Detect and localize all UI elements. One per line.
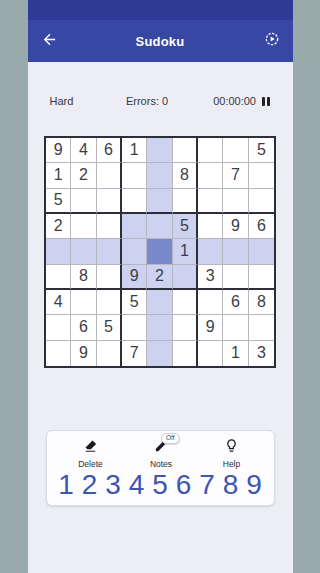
cell-r3c7[interactable] — [198, 189, 223, 214]
action-buttons-row: Delete Off Notes Help — [47, 431, 274, 469]
cell-r7c7[interactable] — [198, 290, 223, 315]
cell-r4c1[interactable]: 2 — [46, 214, 71, 239]
cell-r6c3[interactable] — [97, 265, 122, 290]
cell-r2c1[interactable]: 1 — [46, 163, 71, 188]
pause-icon — [262, 97, 265, 106]
digit-key-2[interactable]: 2 — [79, 470, 100, 501]
digit-key-1[interactable]: 1 — [56, 470, 77, 501]
cell-r4c4[interactable] — [122, 214, 147, 239]
cell-r7c1[interactable]: 4 — [46, 290, 71, 315]
cell-r2c4[interactable] — [122, 163, 147, 188]
cell-r4c9[interactable]: 6 — [249, 214, 274, 239]
cell-r1c8[interactable] — [223, 138, 248, 163]
cell-r2c3[interactable] — [97, 163, 122, 188]
cell-r4c3[interactable] — [97, 214, 122, 239]
cell-r4c7[interactable] — [198, 214, 223, 239]
game-info-row: Hard Errors: 0 00:00:00 — [28, 95, 293, 107]
delete-button[interactable]: Delete — [75, 438, 107, 469]
cell-r1c2[interactable]: 4 — [71, 138, 96, 163]
back-button[interactable] — [41, 31, 63, 52]
cell-r8c4[interactable] — [122, 315, 147, 340]
cell-r9c5[interactable] — [147, 341, 172, 366]
cell-r9c7[interactable] — [198, 341, 223, 366]
cell-r2c5[interactable] — [147, 163, 172, 188]
cell-r5c3[interactable] — [97, 239, 122, 264]
cell-r3c1[interactable]: 5 — [46, 189, 71, 214]
cell-r1c3[interactable]: 6 — [97, 138, 122, 163]
cell-r3c8[interactable] — [223, 189, 248, 214]
cell-r8c3[interactable]: 5 — [97, 315, 122, 340]
cell-r3c4[interactable] — [122, 189, 147, 214]
cell-r2c6[interactable]: 8 — [173, 163, 198, 188]
cell-r9c8[interactable]: 1 — [223, 341, 248, 366]
cell-r5c9[interactable] — [249, 239, 274, 264]
cell-r8c2[interactable]: 6 — [71, 315, 96, 340]
cell-r8c5[interactable] — [147, 315, 172, 340]
cell-r8c1[interactable] — [46, 315, 71, 340]
sudoku-board: 946151287525961892345686599713 — [44, 136, 276, 368]
cell-r1c6[interactable] — [173, 138, 198, 163]
pause-button[interactable] — [261, 96, 271, 107]
digit-key-4[interactable]: 4 — [126, 470, 147, 501]
cell-r9c1[interactable] — [46, 341, 71, 366]
difficulty-label: Hard — [50, 95, 112, 107]
cell-r2c7[interactable] — [198, 163, 223, 188]
cell-r8c6[interactable] — [173, 315, 198, 340]
cell-r7c5[interactable] — [147, 290, 172, 315]
timer-value: 00:00:00 — [213, 95, 256, 107]
timer-area: 00:00:00 — [183, 95, 271, 107]
cell-r5c2[interactable] — [71, 239, 96, 264]
cell-r5c4[interactable] — [122, 239, 147, 264]
cell-r1c4[interactable]: 1 — [122, 138, 147, 163]
errors-counter: Errors: 0 — [112, 95, 183, 107]
cell-r4c8[interactable]: 9 — [223, 214, 248, 239]
cell-r3c3[interactable] — [97, 189, 122, 214]
notes-label: Notes — [150, 459, 172, 469]
notes-toggle-badge: Off — [161, 433, 180, 444]
cell-r9c6[interactable] — [173, 341, 198, 366]
cell-r6c6[interactable] — [173, 265, 198, 290]
status-bar — [28, 0, 293, 20]
cell-r9c2[interactable]: 9 — [71, 341, 96, 366]
notes-button[interactable]: Off Notes — [145, 438, 177, 469]
cell-r5c7[interactable] — [198, 239, 223, 264]
cell-r9c4[interactable]: 7 — [122, 341, 147, 366]
cell-r2c9[interactable] — [249, 163, 274, 188]
cell-r5c5[interactable] — [147, 239, 172, 264]
digit-row: 123456789 — [47, 469, 274, 501]
cell-r3c5[interactable] — [147, 189, 172, 214]
cell-r4c5[interactable] — [147, 214, 172, 239]
eraser-icon — [83, 438, 98, 457]
cell-r2c2[interactable]: 2 — [71, 163, 96, 188]
help-button[interactable]: Help — [216, 438, 248, 469]
cell-r5c6[interactable]: 1 — [173, 239, 198, 264]
cell-r8c8[interactable] — [223, 315, 248, 340]
cell-r1c7[interactable] — [198, 138, 223, 163]
cell-r2c8[interactable]: 7 — [223, 163, 248, 188]
digit-key-9[interactable]: 9 — [244, 470, 265, 501]
cell-r6c9[interactable] — [249, 265, 274, 290]
cell-r5c1[interactable] — [46, 239, 71, 264]
cell-r6c4[interactable]: 9 — [122, 265, 147, 290]
cell-r9c3[interactable] — [97, 341, 122, 366]
cell-r8c7[interactable]: 9 — [198, 315, 223, 340]
cell-r6c8[interactable] — [223, 265, 248, 290]
app-header: Sudoku — [28, 20, 293, 62]
digit-key-3[interactable]: 3 — [103, 470, 124, 501]
digit-key-7[interactable]: 7 — [197, 470, 218, 501]
errors-value: 0 — [162, 95, 168, 107]
cell-r3c2[interactable] — [71, 189, 96, 214]
cell-r9c9[interactable]: 3 — [249, 341, 274, 366]
input-panel: Delete Off Notes Help 123456789 — [46, 430, 275, 506]
settings-button[interactable] — [258, 31, 280, 51]
digit-key-5[interactable]: 5 — [150, 470, 171, 501]
cell-r5c8[interactable] — [223, 239, 248, 264]
cell-r7c9[interactable]: 8 — [249, 290, 274, 315]
cell-r7c2[interactable] — [71, 290, 96, 315]
cell-r4c2[interactable] — [71, 214, 96, 239]
delete-label: Delete — [78, 459, 103, 469]
cell-r1c9[interactable]: 5 — [249, 138, 274, 163]
cell-r3c9[interactable] — [249, 189, 274, 214]
errors-label: Errors: — [126, 95, 159, 107]
cell-r3c6[interactable] — [173, 189, 198, 214]
cell-r6c1[interactable] — [46, 265, 71, 290]
help-label: Help — [223, 459, 240, 469]
digit-key-6[interactable]: 6 — [173, 470, 194, 501]
lightbulb-icon — [224, 438, 239, 457]
digit-key-8[interactable]: 8 — [220, 470, 241, 501]
cell-r4c6[interactable]: 5 — [173, 214, 198, 239]
cell-r1c1[interactable]: 9 — [46, 138, 71, 163]
cell-r7c4[interactable]: 5 — [122, 290, 147, 315]
sudoku-app-screen: Sudoku Hard Errors: 0 00:00:00 946151287… — [28, 0, 293, 573]
cell-r6c7[interactable]: 3 — [198, 265, 223, 290]
page-title: Sudoku — [63, 34, 258, 49]
cell-r6c2[interactable]: 8 — [71, 265, 96, 290]
settings-icon — [264, 31, 280, 51]
cell-r1c5[interactable] — [147, 138, 172, 163]
cell-r8c9[interactable] — [249, 315, 274, 340]
cell-r6c5[interactable]: 2 — [147, 265, 172, 290]
cell-r7c8[interactable]: 6 — [223, 290, 248, 315]
cell-r7c3[interactable] — [97, 290, 122, 315]
cell-r7c6[interactable] — [173, 290, 198, 315]
back-arrow-icon — [41, 31, 58, 52]
